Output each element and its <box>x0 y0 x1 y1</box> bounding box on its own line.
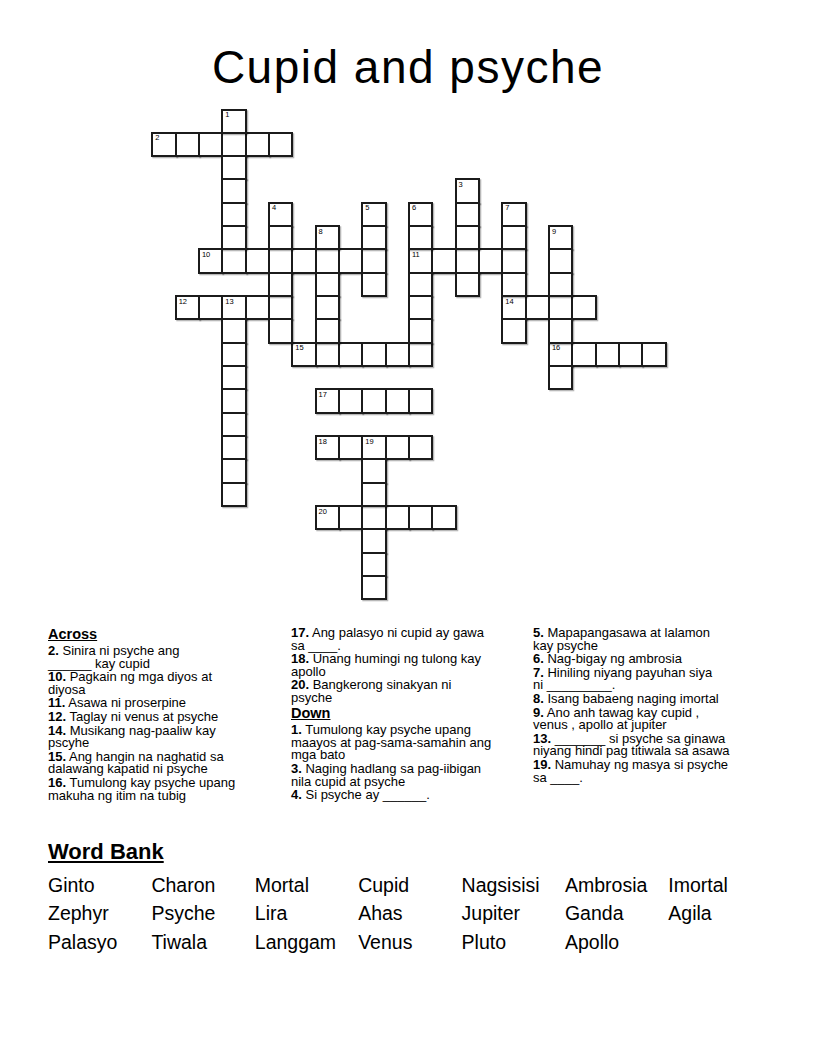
grid-cell-r1c2 <box>198 132 223 157</box>
grid-cell-r9c5 <box>268 318 293 343</box>
clue-number-10: 10 <box>202 251 210 259</box>
clue-text: Musikang nag-paaliw kay pscyhe <box>48 723 216 751</box>
grid-cell-r10c21 <box>641 342 666 367</box>
across-header: Across <box>48 627 288 642</box>
clue-down-4: 4. Si psyche ay ______. <box>291 789 533 802</box>
clue-number-6: 6 <box>412 204 416 212</box>
clue-number-20: 20 <box>319 508 327 516</box>
word-bank-item: Pluto <box>462 928 565 956</box>
grid-cell-r3c13: 3 <box>455 178 480 203</box>
clue-across-12: 12. Taglay ni venus at psyche <box>48 711 288 724</box>
grid-cell-r6c4 <box>245 248 270 273</box>
grid-cell-r17c9 <box>361 505 386 530</box>
grid-cell-r9c7 <box>315 318 340 343</box>
grid-cell-r4c5: 4 <box>268 202 293 227</box>
grid-cell-r14c3 <box>221 435 246 460</box>
grid-cell-r6c17 <box>548 248 573 273</box>
grid-cell-r19c9 <box>361 552 386 577</box>
grid-cell-r9c11 <box>408 318 433 343</box>
clue-number-8: 8 <box>319 228 323 236</box>
clue-across-11: 11. Asawa ni proserpine <box>48 697 288 710</box>
grid-cell-r1c1 <box>175 132 200 157</box>
clue-text: Sinira ni psyche ang ______ kay cupid <box>48 643 180 671</box>
clue-down-13: 13. _______ si psyche sa ginawa niyang h… <box>533 733 785 758</box>
grid-cell-r5c15 <box>501 225 526 250</box>
clue-across-17: 17. Ang palasyo ni cupid ay gawa sa ____… <box>291 627 533 652</box>
clue-across-20: 20. Bangkerong sinakyan ni psyche <box>291 679 533 704</box>
grid-cell-r10c9 <box>361 342 386 367</box>
word-bank-item: Ambrosia <box>565 871 668 899</box>
grid-cell-r0c3: 1 <box>221 109 246 134</box>
grid-cell-r13c3 <box>221 412 246 437</box>
grid-cell-r17c12 <box>431 505 456 530</box>
grid-cell-r8c11 <box>408 295 433 320</box>
word-bank-item: Nagsisisi <box>462 871 565 899</box>
word-bank: GintoCharonMortalCupidNagsisisiAmbrosiaI… <box>48 871 772 956</box>
grid-cell-r6c5 <box>268 248 293 273</box>
clue-text: Bangkerong sinakyan ni psyche <box>291 677 451 705</box>
grid-cell-r12c10 <box>385 388 410 413</box>
clue-number-16: 16 <box>552 344 560 352</box>
clue-down-9: 9. Ano anh tawag kay cupid , venus , apo… <box>533 707 785 732</box>
grid-cell-r4c9: 5 <box>361 202 386 227</box>
clues-column-1: Across 2. Sinira ni psyche ang ______ ka… <box>48 627 288 803</box>
grid-cell-r1c5 <box>268 132 293 157</box>
grid-cell-r15c3 <box>221 458 246 483</box>
grid-cell-r6c8 <box>338 248 363 273</box>
clues-column-2: 17. Ang palasyo ni cupid ay gawa sa ____… <box>291 627 533 803</box>
grid-cell-r17c8 <box>338 505 363 530</box>
clue-text: Tumulong kay psyche upang maayos at pag-… <box>291 722 491 762</box>
grid-cell-r10c17: 16 <box>548 342 573 367</box>
clue-across-16: 16. Tumulong kay psyche upang makuha ng … <box>48 777 288 802</box>
grid-cell-r6c7 <box>315 248 340 273</box>
word-bank-item: Cupid <box>358 871 461 899</box>
clue-number-19: 19 <box>365 438 373 446</box>
grid-cell-r7c15 <box>501 272 526 297</box>
grid-cell-r1c3 <box>221 132 246 157</box>
clue-number-11: 11 <box>412 251 420 259</box>
clue-number-14: 14 <box>505 298 513 306</box>
grid-cell-r15c9 <box>361 458 386 483</box>
grid-cell-r6c13 <box>455 248 480 273</box>
clue-text: Namuhay ng masya si psyche sa ____. <box>533 757 728 785</box>
grid-cell-r14c8 <box>338 435 363 460</box>
word-bank-item: Zephyr <box>48 899 151 927</box>
word-bank-item: Apollo <box>565 928 668 956</box>
word-bank-item: Ganda <box>565 899 668 927</box>
clue-number-3: 3 <box>459 181 463 189</box>
clue-number-1: 1 <box>225 111 229 119</box>
grid-cell-r8c1: 12 <box>175 295 200 320</box>
grid-cell-r6c11: 11 <box>408 248 433 273</box>
grid-cell-r7c7 <box>315 272 340 297</box>
clue-down-3: 3. Naging hadlang sa pag-iibigan nila cu… <box>291 763 533 788</box>
grid-cell-r4c3 <box>221 202 246 227</box>
grid-cell-r6c15 <box>501 248 526 273</box>
grid-cell-r5c9 <box>361 225 386 250</box>
clue-across-14: 14. Musikang nag-paaliw kay pscyhe <box>48 725 288 750</box>
grid-cell-r10c10 <box>385 342 410 367</box>
grid-cell-r11c17 <box>548 365 573 390</box>
grid-cell-r8c16 <box>525 295 550 320</box>
grid-cell-r4c11: 6 <box>408 202 433 227</box>
across-clue-list-continued: 17. Ang palasyo ni cupid ay gawa sa ____… <box>291 627 533 704</box>
grid-cell-r8c18 <box>571 295 596 320</box>
grid-cell-r4c15: 7 <box>501 202 526 227</box>
grid-cell-r5c17: 9 <box>548 225 573 250</box>
clue-across-15: 15. Ang hangin na naghatid sa dalawang k… <box>48 751 288 776</box>
clue-down-8: 8. Isang babaeng naging imortal <box>533 693 785 706</box>
clue-number-17: 17 <box>319 391 327 399</box>
word-bank-item: Ginto <box>48 871 151 899</box>
grid-cell-r10c19 <box>595 342 620 367</box>
grid-cell-r5c7: 8 <box>315 225 340 250</box>
grid-cell-r6c9 <box>361 248 386 273</box>
clue-text: Tumulong kay psyche upang makuha ng itim… <box>48 775 235 803</box>
down-clue-list-continued: 5. Mapapangasawa at lalamon kay psyche6.… <box>533 627 785 784</box>
grid-cell-r16c3 <box>221 482 246 507</box>
grid-cell-r17c10 <box>385 505 410 530</box>
puzzle-title: Cupid and psyche <box>0 40 816 94</box>
grid-cell-r7c17 <box>548 272 573 297</box>
clue-text: Pagkain ng mga diyos at diyosa <box>48 669 212 697</box>
grid-cell-r14c9: 19 <box>361 435 386 460</box>
grid-cell-r7c13 <box>455 272 480 297</box>
word-bank-item: Psyche <box>151 899 254 927</box>
grid-cell-r7c9 <box>361 272 386 297</box>
grid-cell-r10c18 <box>571 342 596 367</box>
down-header: Down <box>291 706 533 721</box>
grid-cell-r9c15 <box>501 318 526 343</box>
grid-cell-r12c3 <box>221 388 246 413</box>
word-bank-item: Mortal <box>255 871 358 899</box>
grid-cell-r10c20 <box>618 342 643 367</box>
clue-down-6: 6. Nag-bigay ng ambrosia <box>533 653 785 666</box>
grid-cell-r18c9 <box>361 528 386 553</box>
word-bank-item: Charon <box>151 871 254 899</box>
grid-cell-r10c7 <box>315 342 340 367</box>
grid-cell-r5c11 <box>408 225 433 250</box>
word-bank-item: Tiwala <box>151 928 254 956</box>
grid-cell-r8c2 <box>198 295 223 320</box>
across-clue-list: 2. Sinira ni psyche ang ______ kay cupid… <box>48 645 288 802</box>
word-bank-item: Jupiter <box>462 899 565 927</box>
grid-cell-r5c3 <box>221 225 246 250</box>
clue-down-19: 19. Namuhay ng masya si psyche sa ____. <box>533 759 785 784</box>
clue-text: Si psyche ay ______. <box>302 787 430 802</box>
grid-cell-r14c7: 18 <box>315 435 340 460</box>
grid-cell-r8c15: 14 <box>501 295 526 320</box>
clue-text: Unang humingi ng tulong kay apollo <box>291 651 481 679</box>
clue-text: Naging hadlang sa pag-iibigan nila cupid… <box>291 761 481 789</box>
clue-number-15: 15 <box>295 344 303 352</box>
clue-across-10: 10. Pagkain ng mga diyos at diyosa <box>48 671 288 696</box>
grid-cell-r6c2: 10 <box>198 248 223 273</box>
grid-cell-r11c3 <box>221 365 246 390</box>
clue-number-2: 2 <box>155 134 159 142</box>
grid-cell-r14c10 <box>385 435 410 460</box>
word-bank-item: Langgam <box>255 928 358 956</box>
grid-cell-r8c5 <box>268 295 293 320</box>
grid-cell-r8c3: 13 <box>221 295 246 320</box>
grid-cell-r12c8 <box>338 388 363 413</box>
word-bank-item: Venus <box>358 928 461 956</box>
grid-cell-r4c13 <box>455 202 480 227</box>
grid-cell-r17c11 <box>408 505 433 530</box>
clue-down-5: 5. Mapapangasawa at lalamon kay psyche <box>533 627 785 652</box>
grid-cell-r9c17 <box>548 318 573 343</box>
clue-number-9: 9 <box>552 228 556 236</box>
clue-number-7: 7 <box>505 204 509 212</box>
clue-number-5: 5 <box>365 204 369 212</box>
clue-text: Ano anh tawag kay cupid , venus , apollo… <box>533 705 699 733</box>
grid-cell-r8c17 <box>548 295 573 320</box>
down-clue-list: 1. Tumulong kay psyche upang maayos at p… <box>291 724 533 801</box>
grid-cell-r20c9 <box>361 575 386 600</box>
word-bank-item: Agila <box>668 899 771 927</box>
clue-text: Hiniling niyang payuhan siya ni ________… <box>533 665 712 693</box>
grid-cell-r10c6: 15 <box>291 342 316 367</box>
clue-across-18: 18. Unang humingi ng tulong kay apollo <box>291 653 533 678</box>
clue-text: _______ si psyche sa ginawa niyang hindi… <box>533 731 730 759</box>
clue-down-7: 7. Hiniling niyang payuhan siya ni _____… <box>533 667 785 692</box>
grid-cell-r2c3 <box>221 155 246 180</box>
grid-cell-r6c14 <box>478 248 503 273</box>
grid-cell-r17c7: 20 <box>315 505 340 530</box>
clue-down-1: 1. Tumulong kay psyche upang maayos at p… <box>291 724 533 762</box>
crossword-grid: 2101112131415161718192013456789 <box>152 110 667 602</box>
grid-cell-r14c11 <box>408 435 433 460</box>
clue-number-label: 4. <box>291 787 302 802</box>
grid-cell-r10c3 <box>221 342 246 367</box>
grid-cell-r1c4 <box>245 132 270 157</box>
clue-text: Mapapangasawa at lalamon kay psyche <box>533 625 710 653</box>
grid-cell-r6c6 <box>291 248 316 273</box>
word-bank-item: Imortal <box>668 871 771 899</box>
word-bank-item: Palasyo <box>48 928 151 956</box>
grid-cell-r5c5 <box>268 225 293 250</box>
word-bank-item: Lira <box>255 899 358 927</box>
clue-text: Ang palasyo ni cupid ay gawa sa ____. <box>291 625 484 653</box>
clues-column-3: 5. Mapapangasawa at lalamon kay psyche6.… <box>533 627 785 785</box>
grid-cell-r9c3 <box>221 318 246 343</box>
grid-cell-r12c11 <box>408 388 433 413</box>
clue-number-12: 12 <box>179 298 187 306</box>
grid-cell-r1c0: 2 <box>151 132 176 157</box>
grid-cell-r10c8 <box>338 342 363 367</box>
grid-cell-r6c12 <box>431 248 456 273</box>
grid-cell-r12c9 <box>361 388 386 413</box>
grid-cell-r10c11 <box>408 342 433 367</box>
grid-cell-r12c7: 17 <box>315 388 340 413</box>
clue-across-2: 2. Sinira ni psyche ang ______ kay cupid <box>48 645 288 670</box>
grid-cell-r3c3 <box>221 178 246 203</box>
word-bank-item: Ahas <box>358 899 461 927</box>
clue-number-18: 18 <box>319 438 327 446</box>
clue-number-4: 4 <box>272 204 276 212</box>
grid-cell-r16c9 <box>361 482 386 507</box>
grid-cell-r8c4 <box>245 295 270 320</box>
clue-number-13: 13 <box>225 298 233 306</box>
grid-cell-r7c11 <box>408 272 433 297</box>
clue-text: Ang hangin na naghatid sa dalawang kapat… <box>48 749 224 777</box>
grid-cell-r7c5 <box>268 272 293 297</box>
grid-cell-r8c7 <box>315 295 340 320</box>
grid-cell-r6c3 <box>221 248 246 273</box>
grid-cell-r5c13 <box>455 225 480 250</box>
word-bank-header: Word Bank <box>48 840 164 864</box>
crossword-page: Cupid and psyche 21011121314151617181920… <box>0 0 816 1056</box>
